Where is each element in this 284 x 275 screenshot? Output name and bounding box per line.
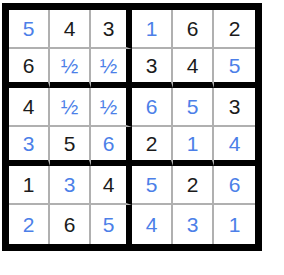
cell-r5c2[interactable]: 3 xyxy=(50,166,91,205)
cell-r1c3[interactable]: 3 xyxy=(91,10,132,49)
cell-r3c5[interactable]: 5 xyxy=(173,88,214,127)
cell-r6c4[interactable]: 4 xyxy=(132,205,173,244)
cell-r6c2[interactable]: 6 xyxy=(50,205,91,244)
cell-r5c4[interactable]: 5 xyxy=(132,166,173,205)
cell-r1c1[interactable]: 5 xyxy=(9,10,50,49)
cell-r1c4[interactable]: 1 xyxy=(132,10,173,49)
cell-r4c1[interactable]: 3 xyxy=(9,127,50,166)
cell-r3c4[interactable]: 6 xyxy=(132,88,173,127)
cell-r4c4[interactable]: 2 xyxy=(132,127,173,166)
cell-r1c5[interactable]: 6 xyxy=(173,10,214,49)
sudoku-board: 5431626½½3454½½653356214134526265431 xyxy=(2,3,262,251)
cell-r4c2[interactable]: 5 xyxy=(50,127,91,166)
cell-r4c3[interactable]: 6 xyxy=(91,127,132,166)
cell-r3c1[interactable]: 4 xyxy=(9,88,50,127)
cell-r6c3[interactable]: 5 xyxy=(91,205,132,244)
cell-r6c6[interactable]: 1 xyxy=(214,205,255,244)
cell-r2c3[interactable]: ½ xyxy=(91,49,132,88)
cell-r3c6[interactable]: 3 xyxy=(214,88,255,127)
cell-r4c6[interactable]: 4 xyxy=(214,127,255,166)
cell-r3c2[interactable]: ½ xyxy=(50,88,91,127)
cell-r6c1[interactable]: 2 xyxy=(9,205,50,244)
cell-r2c2[interactable]: ½ xyxy=(50,49,91,88)
cell-r2c1[interactable]: 6 xyxy=(9,49,50,88)
cell-r6c5[interactable]: 3 xyxy=(173,205,214,244)
cell-r5c5[interactable]: 2 xyxy=(173,166,214,205)
cell-r3c3[interactable]: ½ xyxy=(91,88,132,127)
cell-r5c6[interactable]: 6 xyxy=(214,166,255,205)
cell-r2c6[interactable]: 5 xyxy=(214,49,255,88)
cell-r2c5[interactable]: 4 xyxy=(173,49,214,88)
cell-r5c1[interactable]: 1 xyxy=(9,166,50,205)
cell-r1c6[interactable]: 2 xyxy=(214,10,255,49)
cell-r2c4[interactable]: 3 xyxy=(132,49,173,88)
cell-r4c5[interactable]: 1 xyxy=(173,127,214,166)
cell-r5c3[interactable]: 4 xyxy=(91,166,132,205)
cell-r1c2[interactable]: 4 xyxy=(50,10,91,49)
